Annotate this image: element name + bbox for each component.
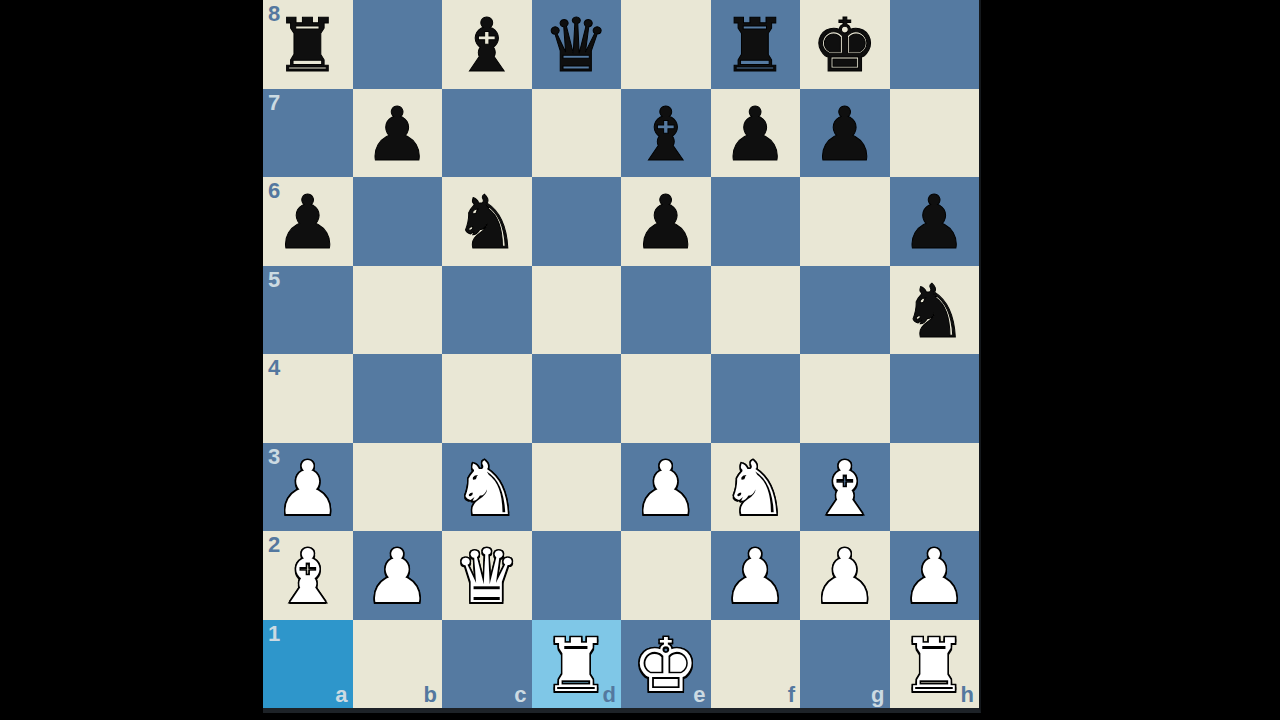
square-d5[interactable] xyxy=(532,266,622,355)
square-b8[interactable] xyxy=(353,0,443,89)
square-d7[interactable] xyxy=(532,89,622,178)
square-c3[interactable]: ♞ xyxy=(442,443,532,532)
square-f1[interactable]: f xyxy=(711,620,801,709)
file-label-c: c xyxy=(514,684,526,706)
square-f4[interactable] xyxy=(711,354,801,443)
square-g3[interactable]: ♝ xyxy=(800,443,890,532)
square-d3[interactable] xyxy=(532,443,622,532)
square-f5[interactable] xyxy=(711,266,801,355)
square-f6[interactable] xyxy=(711,177,801,266)
square-b5[interactable] xyxy=(353,266,443,355)
piece-white-bishop[interactable]: ♝ xyxy=(812,451,878,525)
square-a7[interactable]: 7 xyxy=(263,89,353,178)
rank-label-1: 1 xyxy=(268,623,280,645)
square-h2[interactable]: ♟ xyxy=(890,531,980,620)
piece-white-pawn[interactable]: ♟ xyxy=(364,539,430,613)
piece-black-bishop[interactable]: ♝ xyxy=(454,8,520,82)
piece-black-bishop[interactable]: ♝ xyxy=(633,97,699,171)
piece-white-pawn[interactable]: ♟ xyxy=(812,539,878,613)
square-b3[interactable] xyxy=(353,443,443,532)
piece-black-pawn[interactable]: ♟ xyxy=(275,185,341,259)
square-g6[interactable] xyxy=(800,177,890,266)
square-c4[interactable] xyxy=(442,354,532,443)
square-g4[interactable] xyxy=(800,354,890,443)
file-label-b: b xyxy=(424,684,437,706)
square-d1[interactable]: d♜ xyxy=(532,620,622,709)
piece-black-king[interactable]: ♚ xyxy=(812,8,878,82)
piece-black-knight[interactable]: ♞ xyxy=(901,274,967,348)
square-c7[interactable] xyxy=(442,89,532,178)
square-a2[interactable]: 2♝ xyxy=(263,531,353,620)
piece-white-pawn[interactable]: ♟ xyxy=(722,539,788,613)
rank-label-5: 5 xyxy=(268,269,280,291)
piece-white-knight[interactable]: ♞ xyxy=(722,451,788,525)
file-label-g: g xyxy=(871,684,884,706)
piece-black-queen[interactable]: ♛ xyxy=(543,8,609,82)
piece-white-rook[interactable]: ♜ xyxy=(901,628,967,702)
rank-label-4: 4 xyxy=(268,357,280,379)
square-d4[interactable] xyxy=(532,354,622,443)
piece-black-rook[interactable]: ♜ xyxy=(722,8,788,82)
square-e5[interactable] xyxy=(621,266,711,355)
square-h8[interactable] xyxy=(890,0,980,89)
piece-white-queen[interactable]: ♛ xyxy=(454,539,520,613)
piece-white-knight[interactable]: ♞ xyxy=(454,451,520,525)
rank-label-7: 7 xyxy=(268,92,280,114)
square-g8[interactable]: ♚ xyxy=(800,0,890,89)
square-d2[interactable] xyxy=(532,531,622,620)
piece-black-knight[interactable]: ♞ xyxy=(454,185,520,259)
square-g7[interactable]: ♟ xyxy=(800,89,890,178)
chess-board: 8♜♝♛♜♚7♟♝♟♟6♟♞♟♟5♞43♟♞♟♞♝2♝♟♛♟♟♟1abcd♜e♚… xyxy=(263,0,981,713)
square-f7[interactable]: ♟ xyxy=(711,89,801,178)
square-a4[interactable]: 4 xyxy=(263,354,353,443)
square-e6[interactable]: ♟ xyxy=(621,177,711,266)
piece-white-king[interactable]: ♚ xyxy=(633,628,699,702)
file-label-a: a xyxy=(335,684,347,706)
piece-black-pawn[interactable]: ♟ xyxy=(812,97,878,171)
square-g1[interactable]: g xyxy=(800,620,890,709)
piece-black-pawn[interactable]: ♟ xyxy=(633,185,699,259)
square-a8[interactable]: 8♜ xyxy=(263,0,353,89)
square-a5[interactable]: 5 xyxy=(263,266,353,355)
piece-black-pawn[interactable]: ♟ xyxy=(901,185,967,259)
square-e3[interactable]: ♟ xyxy=(621,443,711,532)
piece-white-rook[interactable]: ♜ xyxy=(543,628,609,702)
square-d6[interactable] xyxy=(532,177,622,266)
square-f2[interactable]: ♟ xyxy=(711,531,801,620)
square-f8[interactable]: ♜ xyxy=(711,0,801,89)
square-e7[interactable]: ♝ xyxy=(621,89,711,178)
file-label-f: f xyxy=(788,684,795,706)
square-a6[interactable]: 6♟ xyxy=(263,177,353,266)
square-c5[interactable] xyxy=(442,266,532,355)
piece-white-pawn[interactable]: ♟ xyxy=(633,451,699,525)
piece-white-bishop[interactable]: ♝ xyxy=(275,539,341,613)
square-h6[interactable]: ♟ xyxy=(890,177,980,266)
piece-white-pawn[interactable]: ♟ xyxy=(275,451,341,525)
square-h1[interactable]: h♜ xyxy=(890,620,980,709)
square-g5[interactable] xyxy=(800,266,890,355)
piece-black-pawn[interactable]: ♟ xyxy=(722,97,788,171)
square-c6[interactable]: ♞ xyxy=(442,177,532,266)
square-c8[interactable]: ♝ xyxy=(442,0,532,89)
piece-black-rook[interactable]: ♜ xyxy=(275,8,341,82)
square-b1[interactable]: b xyxy=(353,620,443,709)
square-b6[interactable] xyxy=(353,177,443,266)
piece-black-pawn[interactable]: ♟ xyxy=(364,97,430,171)
square-a3[interactable]: 3♟ xyxy=(263,443,353,532)
square-h5[interactable]: ♞ xyxy=(890,266,980,355)
square-e1[interactable]: e♚ xyxy=(621,620,711,709)
square-d8[interactable]: ♛ xyxy=(532,0,622,89)
square-b4[interactable] xyxy=(353,354,443,443)
square-e8[interactable] xyxy=(621,0,711,89)
square-f3[interactable]: ♞ xyxy=(711,443,801,532)
square-b2[interactable]: ♟ xyxy=(353,531,443,620)
square-h3[interactable] xyxy=(890,443,980,532)
square-h7[interactable] xyxy=(890,89,980,178)
square-c2[interactable]: ♛ xyxy=(442,531,532,620)
square-h4[interactable] xyxy=(890,354,980,443)
piece-white-pawn[interactable]: ♟ xyxy=(901,539,967,613)
square-g2[interactable]: ♟ xyxy=(800,531,890,620)
square-e2[interactable] xyxy=(621,531,711,620)
square-e4[interactable] xyxy=(621,354,711,443)
square-c1[interactable]: c xyxy=(442,620,532,709)
square-a1[interactable]: 1a xyxy=(263,620,353,709)
square-b7[interactable]: ♟ xyxy=(353,89,443,178)
